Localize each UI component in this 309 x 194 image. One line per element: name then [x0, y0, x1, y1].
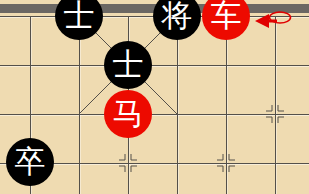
board-cell: [177, 163, 226, 194]
red-horse-e8[interactable]: 马: [104, 90, 152, 138]
board-cell: [226, 163, 275, 194]
board-cell: [177, 65, 226, 114]
board-cell: [177, 114, 226, 163]
board-cell: [79, 163, 128, 194]
board-cell: [0, 65, 30, 114]
board-cell: [275, 114, 309, 163]
board-cell: [0, 16, 30, 65]
board-cell: [128, 163, 177, 194]
black-advisor-e9[interactable]: 士: [104, 41, 152, 89]
black-soldier-c7[interactable]: 卒: [6, 138, 54, 186]
xiangqi-board-view: 士将士卒车马: [0, 0, 309, 194]
board-cell: [275, 65, 309, 114]
board-cell: [226, 114, 275, 163]
board-cell: [226, 65, 275, 114]
board-cell: [275, 163, 309, 194]
board-cell: [275, 16, 309, 65]
board-cell: [30, 65, 79, 114]
